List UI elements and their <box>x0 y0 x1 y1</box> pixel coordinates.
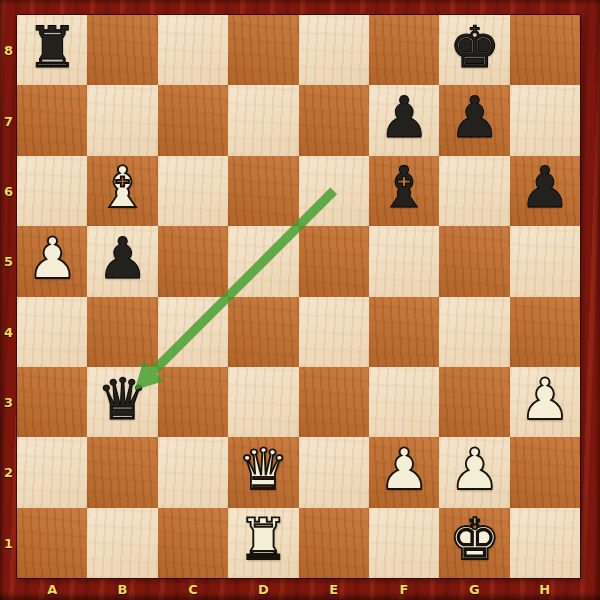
square-b2[interactable] <box>87 437 157 507</box>
square-d1[interactable]: ♜ <box>228 508 298 578</box>
square-b4[interactable] <box>87 297 157 367</box>
piece-black-king[interactable]: ♚ <box>449 19 500 76</box>
square-f4[interactable] <box>369 297 439 367</box>
square-c4[interactable] <box>158 297 228 367</box>
square-g5[interactable] <box>439 226 509 296</box>
piece-white-king[interactable]: ♚ <box>449 511 500 568</box>
file-label-f: F <box>400 582 409 597</box>
square-c1[interactable] <box>158 508 228 578</box>
square-g6[interactable] <box>439 156 509 226</box>
square-b8[interactable] <box>87 15 157 85</box>
square-f7[interactable]: ♟ <box>369 85 439 155</box>
square-g1[interactable]: ♚ <box>439 508 509 578</box>
square-d2[interactable]: ♛ <box>228 437 298 507</box>
file-label-b: B <box>118 582 128 597</box>
piece-white-queen[interactable]: ♛ <box>238 441 289 498</box>
square-h5[interactable] <box>510 226 580 296</box>
square-f3[interactable] <box>369 367 439 437</box>
square-d8[interactable] <box>228 15 298 85</box>
square-e6[interactable] <box>299 156 369 226</box>
piece-white-bishop[interactable]: ♝ <box>97 159 148 216</box>
square-d4[interactable] <box>228 297 298 367</box>
square-f8[interactable] <box>369 15 439 85</box>
square-d6[interactable] <box>228 156 298 226</box>
square-g8[interactable]: ♚ <box>439 15 509 85</box>
square-a7[interactable] <box>17 85 87 155</box>
file-label-h: H <box>539 582 550 597</box>
square-h7[interactable] <box>510 85 580 155</box>
square-f5[interactable] <box>369 226 439 296</box>
square-e5[interactable] <box>299 226 369 296</box>
file-label-a: A <box>47 582 57 597</box>
square-c8[interactable] <box>158 15 228 85</box>
square-e7[interactable] <box>299 85 369 155</box>
square-h3[interactable]: ♟ <box>510 367 580 437</box>
square-b3[interactable]: ♛ <box>87 367 157 437</box>
square-h4[interactable] <box>510 297 580 367</box>
square-h6[interactable]: ♟ <box>510 156 580 226</box>
square-e4[interactable] <box>299 297 369 367</box>
rank-label-5: 5 <box>4 254 13 269</box>
square-c7[interactable] <box>158 85 228 155</box>
file-label-c: C <box>188 582 198 597</box>
square-e3[interactable] <box>299 367 369 437</box>
board-frame: ♜♚♟♟♝♝♟♟♟♛♟♛♟♟♜♚ ABCDEFGH87654321 <box>0 0 600 600</box>
square-c3[interactable] <box>158 367 228 437</box>
square-c5[interactable] <box>158 226 228 296</box>
rank-label-3: 3 <box>4 395 13 410</box>
square-c6[interactable] <box>158 156 228 226</box>
square-a6[interactable] <box>17 156 87 226</box>
file-label-g: G <box>469 582 480 597</box>
square-g2[interactable]: ♟ <box>439 437 509 507</box>
rank-label-7: 7 <box>4 113 13 128</box>
square-h8[interactable] <box>510 15 580 85</box>
piece-white-pawn[interactable]: ♟ <box>27 230 78 287</box>
piece-black-pawn[interactable]: ♟ <box>449 89 500 146</box>
square-a4[interactable] <box>17 297 87 367</box>
file-label-d: D <box>258 582 269 597</box>
square-b6[interactable]: ♝ <box>87 156 157 226</box>
square-e1[interactable] <box>299 508 369 578</box>
square-b1[interactable] <box>87 508 157 578</box>
file-label-e: E <box>329 582 338 597</box>
rank-label-2: 2 <box>4 465 13 480</box>
square-d3[interactable] <box>228 367 298 437</box>
square-b7[interactable] <box>87 85 157 155</box>
square-a2[interactable] <box>17 437 87 507</box>
piece-white-pawn[interactable]: ♟ <box>379 441 430 498</box>
piece-black-pawn[interactable]: ♟ <box>519 159 570 216</box>
square-f6[interactable]: ♝ <box>369 156 439 226</box>
square-d7[interactable] <box>228 85 298 155</box>
rank-label-8: 8 <box>4 43 13 58</box>
square-f1[interactable] <box>369 508 439 578</box>
square-h2[interactable] <box>510 437 580 507</box>
piece-black-pawn[interactable]: ♟ <box>379 89 430 146</box>
square-f2[interactable]: ♟ <box>369 437 439 507</box>
square-b5[interactable]: ♟ <box>87 226 157 296</box>
square-c2[interactable] <box>158 437 228 507</box>
square-a8[interactable]: ♜ <box>17 15 87 85</box>
piece-white-rook[interactable]: ♜ <box>238 511 289 568</box>
piece-black-queen[interactable]: ♛ <box>97 371 148 428</box>
square-e8[interactable] <box>299 15 369 85</box>
piece-black-pawn[interactable]: ♟ <box>97 230 148 287</box>
board: ♜♚♟♟♝♝♟♟♟♛♟♛♟♟♜♚ <box>17 15 580 578</box>
piece-white-pawn[interactable]: ♟ <box>449 441 500 498</box>
rank-label-6: 6 <box>4 183 13 198</box>
square-g7[interactable]: ♟ <box>439 85 509 155</box>
square-g4[interactable] <box>439 297 509 367</box>
square-d5[interactable] <box>228 226 298 296</box>
rank-label-4: 4 <box>4 324 13 339</box>
square-a5[interactable]: ♟ <box>17 226 87 296</box>
rank-label-1: 1 <box>4 535 13 550</box>
square-g3[interactable] <box>439 367 509 437</box>
square-e2[interactable] <box>299 437 369 507</box>
square-h1[interactable] <box>510 508 580 578</box>
piece-white-pawn[interactable]: ♟ <box>519 371 570 428</box>
piece-black-bishop[interactable]: ♝ <box>379 159 430 216</box>
piece-black-rook[interactable]: ♜ <box>27 19 78 76</box>
square-a1[interactable] <box>17 508 87 578</box>
square-a3[interactable] <box>17 367 87 437</box>
